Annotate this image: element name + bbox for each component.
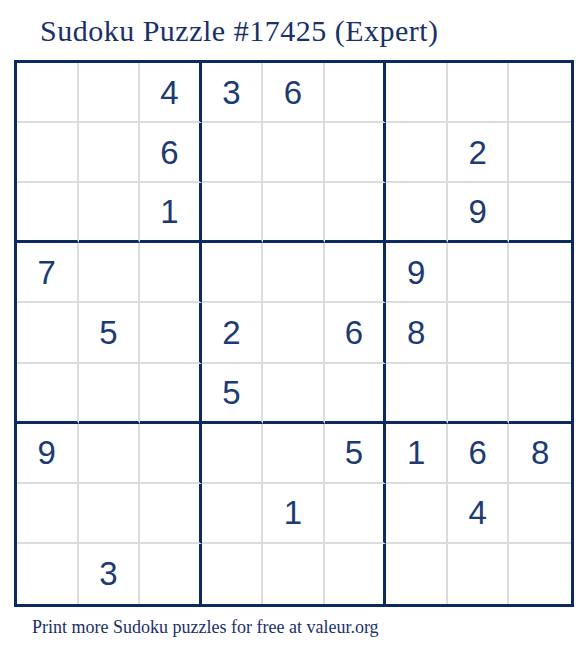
cell-r1c3: 4 <box>140 63 202 123</box>
cell-r9c7 <box>386 544 448 604</box>
cell-r2c4 <box>202 123 264 183</box>
cell-r1c7 <box>386 63 448 123</box>
cell-r2c7 <box>386 123 448 183</box>
cell-r7c2 <box>79 424 141 484</box>
cell-r7c5 <box>263 424 325 484</box>
cell-r7c4 <box>202 424 264 484</box>
cell-r9c3 <box>140 544 202 604</box>
cell-r5c3 <box>140 303 202 363</box>
cell-r5c9 <box>509 303 571 363</box>
cell-r3c2 <box>79 183 141 243</box>
cell-r4c5 <box>263 243 325 303</box>
cell-r4c6 <box>325 243 387 303</box>
cell-r7c7: 1 <box>386 424 448 484</box>
cell-r2c3: 6 <box>140 123 202 183</box>
cell-r5c2: 5 <box>79 303 141 363</box>
cell-r6c5 <box>263 364 325 424</box>
cell-r5c1 <box>17 303 79 363</box>
cell-r4c8 <box>448 243 510 303</box>
cell-r7c6: 5 <box>325 424 387 484</box>
cell-r2c2 <box>79 123 141 183</box>
cell-r9c4 <box>202 544 264 604</box>
cell-r4c7: 9 <box>386 243 448 303</box>
cell-r2c8: 2 <box>448 123 510 183</box>
cell-r1c8 <box>448 63 510 123</box>
cell-r6c9 <box>509 364 571 424</box>
cell-r8c4 <box>202 484 264 544</box>
cell-r1c2 <box>79 63 141 123</box>
cell-r7c1: 9 <box>17 424 79 484</box>
cell-r8c7 <box>386 484 448 544</box>
footer-note: Print more Sudoku puzzles for free at va… <box>32 617 379 638</box>
cell-r8c3 <box>140 484 202 544</box>
cell-r8c1 <box>17 484 79 544</box>
cell-r5c8 <box>448 303 510 363</box>
cell-r6c1 <box>17 364 79 424</box>
cell-r2c6 <box>325 123 387 183</box>
cell-r4c2 <box>79 243 141 303</box>
cell-r2c5 <box>263 123 325 183</box>
sudoku-grid: 4366219795268595168143 <box>14 60 574 607</box>
cell-r8c8: 4 <box>448 484 510 544</box>
cell-r4c3 <box>140 243 202 303</box>
cell-r3c1 <box>17 183 79 243</box>
cell-r3c4 <box>202 183 264 243</box>
cell-r6c4: 5 <box>202 364 264 424</box>
cell-r8c2 <box>79 484 141 544</box>
cell-r6c3 <box>140 364 202 424</box>
cell-r1c1 <box>17 63 79 123</box>
cell-r5c5 <box>263 303 325 363</box>
cell-r3c3: 1 <box>140 183 202 243</box>
cell-r7c3 <box>140 424 202 484</box>
cell-r3c6 <box>325 183 387 243</box>
cell-r9c5 <box>263 544 325 604</box>
cell-r9c8 <box>448 544 510 604</box>
cell-r3c5 <box>263 183 325 243</box>
cell-r8c5: 1 <box>263 484 325 544</box>
cell-r9c1 <box>17 544 79 604</box>
cell-r4c9 <box>509 243 571 303</box>
cell-r5c6: 6 <box>325 303 387 363</box>
cell-r4c4 <box>202 243 264 303</box>
cell-r1c4: 3 <box>202 63 264 123</box>
cell-r6c8 <box>448 364 510 424</box>
cell-r5c7: 8 <box>386 303 448 363</box>
cell-r9c9 <box>509 544 571 604</box>
cell-r2c1 <box>17 123 79 183</box>
cell-r1c5: 6 <box>263 63 325 123</box>
cell-r7c8: 6 <box>448 424 510 484</box>
cell-r1c9 <box>509 63 571 123</box>
page-title: Sudoku Puzzle #17425 (Expert) <box>40 14 439 48</box>
cell-r2c9 <box>509 123 571 183</box>
cell-r9c6 <box>325 544 387 604</box>
cell-r8c9 <box>509 484 571 544</box>
cell-r7c9: 8 <box>509 424 571 484</box>
cell-r6c7 <box>386 364 448 424</box>
cell-r8c6 <box>325 484 387 544</box>
cell-r9c2: 3 <box>79 544 141 604</box>
cell-r6c2 <box>79 364 141 424</box>
cell-r3c8: 9 <box>448 183 510 243</box>
cell-r5c4: 2 <box>202 303 264 363</box>
cell-r1c6 <box>325 63 387 123</box>
cell-r3c7 <box>386 183 448 243</box>
cell-r4c1: 7 <box>17 243 79 303</box>
cell-r6c6 <box>325 364 387 424</box>
cell-r3c9 <box>509 183 571 243</box>
